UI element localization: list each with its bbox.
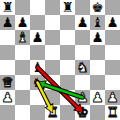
piece-white-pawn: ♟ xyxy=(91,90,103,105)
square-e1[interactable] xyxy=(60,105,75,120)
square-g7[interactable]: ♝ xyxy=(90,15,105,30)
square-a5[interactable] xyxy=(0,45,15,60)
piece-black-rook: ♜ xyxy=(61,0,73,15)
square-g6[interactable]: ♟ xyxy=(90,30,105,45)
piece-white-pawn: ♟ xyxy=(106,90,118,105)
square-g2[interactable]: ♟ xyxy=(90,90,105,105)
square-c7[interactable] xyxy=(30,15,45,30)
piece-black-bishop: ♝ xyxy=(31,60,43,75)
piece-white-pawn: ♟ xyxy=(76,90,88,105)
square-b8[interactable] xyxy=(15,0,30,15)
piece-black-pawn: ♟ xyxy=(106,15,118,30)
piece-white-king: ♚ xyxy=(76,105,88,120)
piece-black-king: ♚ xyxy=(91,0,103,15)
square-c8[interactable] xyxy=(30,0,45,15)
square-e4[interactable] xyxy=(60,60,75,75)
square-h3[interactable] xyxy=(105,75,120,90)
square-e7[interactable] xyxy=(60,15,75,30)
square-b6[interactable]: ♝ xyxy=(15,30,30,45)
square-b1[interactable] xyxy=(15,105,30,120)
square-c3[interactable]: ♞ xyxy=(30,75,45,90)
board-squares: ♜♜♚♟♟♟♝♟♝♟♟♝♞♛♞♟♟♟♟♜♚♜ xyxy=(0,0,120,120)
square-b4[interactable] xyxy=(15,60,30,75)
piece-black-pawn: ♟ xyxy=(1,15,13,30)
square-d1[interactable]: ♜ xyxy=(45,105,60,120)
square-g1[interactable] xyxy=(90,105,105,120)
square-e2[interactable] xyxy=(60,90,75,105)
square-a8[interactable]: ♜ xyxy=(0,0,15,15)
square-h6[interactable] xyxy=(105,30,120,45)
square-g3[interactable] xyxy=(90,75,105,90)
square-g5[interactable] xyxy=(90,45,105,60)
square-d6[interactable] xyxy=(45,30,60,45)
chess-board[interactable]: ♜♜♚♟♟♟♝♟♝♟♟♝♞♛♞♟♟♟♟♜♚♜ xyxy=(0,0,120,120)
square-c5[interactable] xyxy=(30,45,45,60)
square-a1[interactable] xyxy=(0,105,15,120)
square-e5[interactable] xyxy=(60,45,75,60)
square-h4[interactable] xyxy=(105,60,120,75)
piece-white-pawn: ♟ xyxy=(1,90,13,105)
square-a4[interactable] xyxy=(0,60,15,75)
square-g8[interactable]: ♚ xyxy=(90,0,105,15)
square-b7[interactable]: ♟ xyxy=(15,15,30,30)
square-f2[interactable]: ♟ xyxy=(75,90,90,105)
square-d2[interactable] xyxy=(45,90,60,105)
square-h8[interactable] xyxy=(105,0,120,15)
piece-black-rook: ♜ xyxy=(1,0,13,15)
square-a3[interactable]: ♛ xyxy=(0,75,15,90)
piece-black-pawn: ♟ xyxy=(76,15,88,30)
piece-white-knight: ♞ xyxy=(76,60,88,75)
square-c1[interactable] xyxy=(30,105,45,120)
square-f5[interactable] xyxy=(75,45,90,60)
square-f3[interactable] xyxy=(75,75,90,90)
piece-black-knight: ♞ xyxy=(31,75,43,90)
square-f7[interactable]: ♟ xyxy=(75,15,90,30)
piece-black-pawn: ♟ xyxy=(91,30,103,45)
piece-white-rook: ♜ xyxy=(106,105,118,120)
square-h1[interactable]: ♜ xyxy=(105,105,120,120)
square-b3[interactable] xyxy=(15,75,30,90)
square-c4[interactable]: ♝ xyxy=(30,60,45,75)
square-c2[interactable] xyxy=(30,90,45,105)
square-e6[interactable] xyxy=(60,30,75,45)
square-h2[interactable]: ♟ xyxy=(105,90,120,105)
piece-black-pawn: ♟ xyxy=(31,30,43,45)
piece-white-bishop: ♝ xyxy=(16,30,28,45)
piece-black-pawn: ♟ xyxy=(16,15,28,30)
square-d4[interactable] xyxy=(45,60,60,75)
square-a2[interactable]: ♟ xyxy=(0,90,15,105)
square-f1[interactable]: ♚ xyxy=(75,105,90,120)
square-b2[interactable] xyxy=(15,90,30,105)
square-d8[interactable] xyxy=(45,0,60,15)
piece-white-rook: ♜ xyxy=(46,105,58,120)
square-f8[interactable] xyxy=(75,0,90,15)
piece-black-bishop: ♝ xyxy=(91,15,103,30)
square-d5[interactable] xyxy=(45,45,60,60)
square-c6[interactable]: ♟ xyxy=(30,30,45,45)
square-b5[interactable] xyxy=(15,45,30,60)
piece-white-queen: ♛ xyxy=(1,75,13,90)
square-f4[interactable]: ♞ xyxy=(75,60,90,75)
square-h7[interactable]: ♟ xyxy=(105,15,120,30)
square-e3[interactable] xyxy=(60,75,75,90)
square-f6[interactable] xyxy=(75,30,90,45)
square-a6[interactable] xyxy=(0,30,15,45)
square-h5[interactable] xyxy=(105,45,120,60)
square-e8[interactable]: ♜ xyxy=(60,0,75,15)
square-a7[interactable]: ♟ xyxy=(0,15,15,30)
square-g4[interactable] xyxy=(90,60,105,75)
square-d3[interactable] xyxy=(45,75,60,90)
square-d7[interactable] xyxy=(45,15,60,30)
